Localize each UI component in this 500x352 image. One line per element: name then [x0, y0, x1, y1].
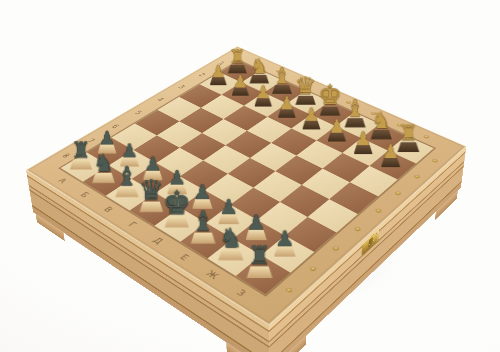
- file-label: А: [56, 177, 68, 185]
- brass-screw-icon: [376, 209, 382, 213]
- piece-black-rook: ♜: [231, 244, 287, 278]
- black-rook-glyph: ♜: [248, 244, 271, 269]
- file-label: В: [102, 205, 115, 213]
- file-label: Ж: [204, 269, 220, 281]
- chess-box: ♜♞♝♛♚♝♞♜♟♟♟♟♟♟♟♟♟♟♟♟♟♟♟♟♜♞♝♛♚♝♞♜ А1Б2В3Г…: [26, 46, 466, 325]
- file-label: Е: [178, 253, 191, 262]
- rank-label: 3: [177, 84, 186, 89]
- photo-stage: ♜♞♝♛♚♝♞♜♟♟♟♟♟♟♟♟♟♟♟♟♟♟♟♟♜♞♝♛♚♝♞♜ А1Б2В3Г…: [0, 0, 500, 352]
- box-foot: [274, 335, 307, 352]
- box-foot: [226, 342, 265, 352]
- white-rook-glyph: ♜: [398, 123, 418, 144]
- brass-screw-icon: [432, 159, 438, 162]
- piece-white-pawn: ♟: [366, 142, 415, 167]
- file-label: З: [235, 288, 248, 298]
- white-pawn-glyph: ♟: [381, 142, 398, 160]
- file-label: Б: [78, 191, 90, 199]
- brass-screw-icon: [396, 191, 402, 195]
- file-label: Д: [151, 236, 165, 245]
- rank-label: 5: [134, 110, 143, 115]
- brass-screw-icon: [355, 227, 361, 231]
- square-h8: ♜: [236, 255, 291, 294]
- rank-label: 4: [156, 97, 165, 102]
- piece-base: [246, 266, 272, 278]
- brass-screw-icon: [414, 175, 420, 179]
- brass-screw-icon: [333, 246, 339, 250]
- box-foot: [435, 190, 458, 220]
- board-top: ♜♞♝♛♚♝♞♜♟♟♟♟♟♟♟♟♟♟♟♟♟♟♟♟♜♞♝♛♚♝♞♜ А1Б2В3Г…: [26, 46, 466, 325]
- brass-screw-icon: [286, 288, 293, 293]
- box-foot: [35, 213, 65, 241]
- scene: ♜♞♝♛♚♝♞♜♟♟♟♟♟♟♟♟♟♟♟♟♟♟♟♟♜♞♝♛♚♝♞♜ А1Б2В3Г…: [0, 0, 500, 352]
- brass-screw-icon: [310, 266, 317, 271]
- file-label: Г: [126, 221, 138, 229]
